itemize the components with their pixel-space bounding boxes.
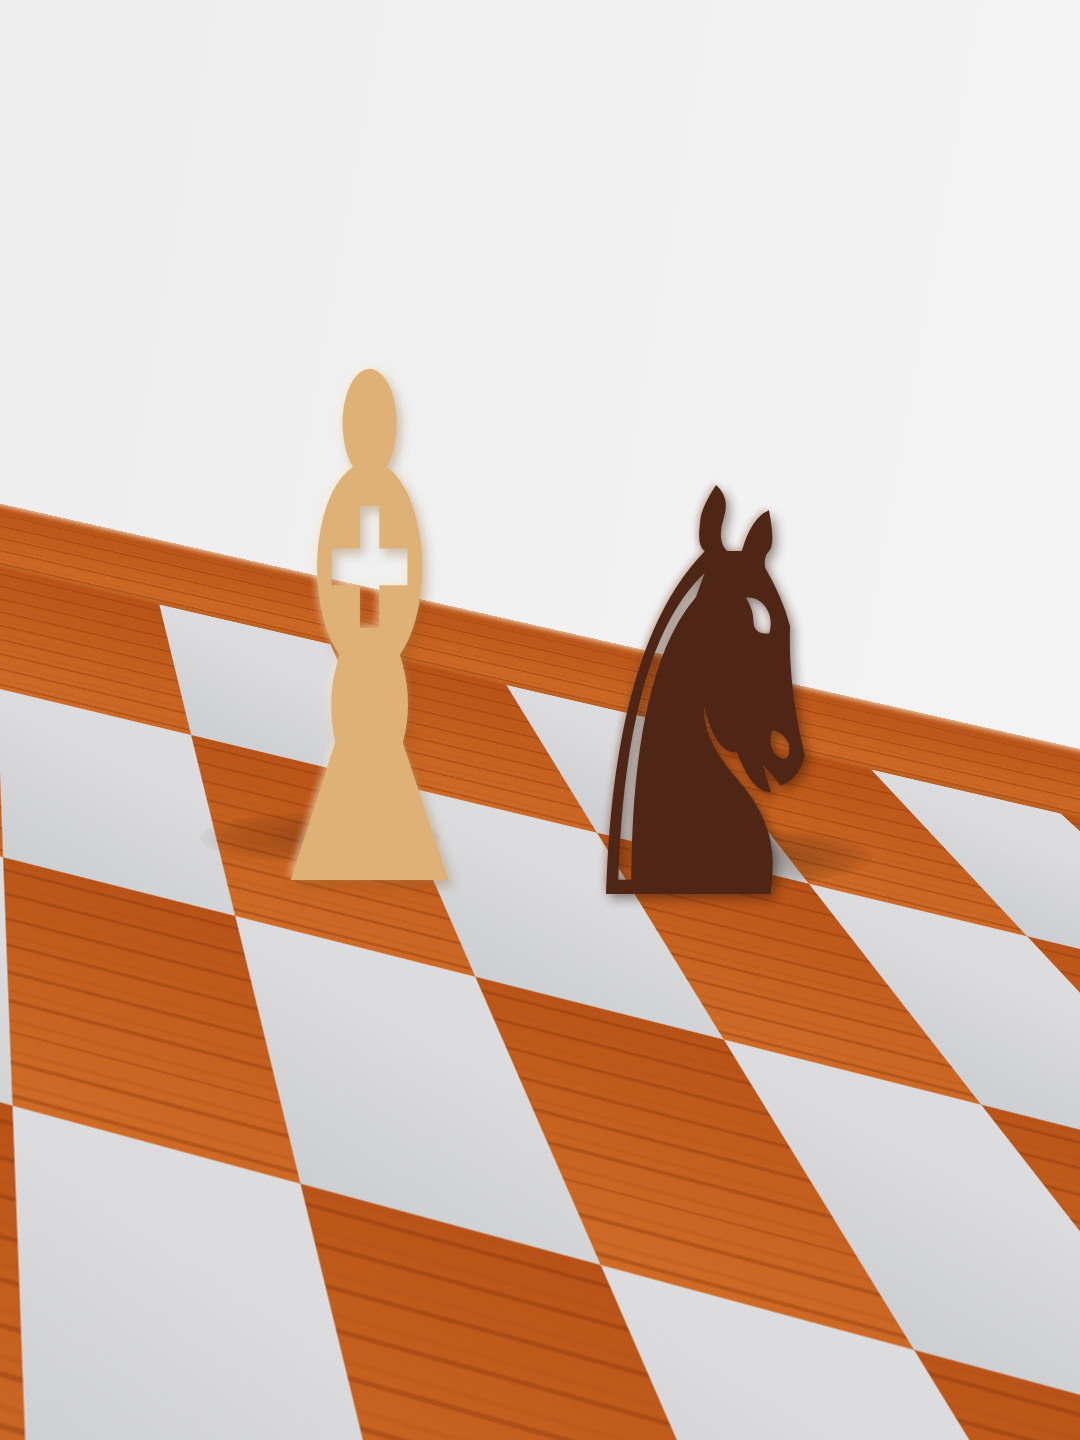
chessboard (0, 445, 1080, 1440)
black-knight[interactable]: ♞ (613, 420, 861, 980)
photo-frame: ♝ ♞ (0, 0, 1080, 1440)
white-bishop[interactable]: ♝ (219, 288, 411, 988)
